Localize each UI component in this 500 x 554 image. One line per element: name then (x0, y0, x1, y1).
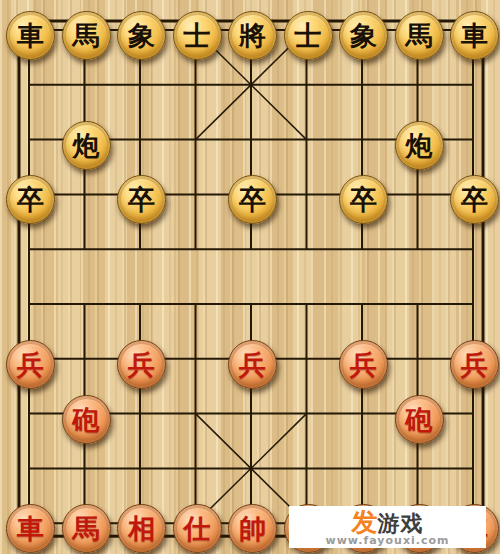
piece-red-cannon[interactable]: 砲 (62, 395, 111, 444)
piece-red-advisor[interactable]: 仕 (173, 504, 222, 553)
piece-red-soldier[interactable]: 兵 (228, 340, 277, 389)
piece-red-soldier[interactable]: 兵 (450, 340, 499, 389)
watermark-logo-fa: 发 (352, 509, 378, 535)
piece-black-horse[interactable]: 馬 (62, 11, 111, 60)
watermark-logo: 发 游戏 (352, 509, 424, 535)
piece-red-elephant[interactable]: 相 (117, 504, 166, 553)
piece-black-cannon[interactable]: 炮 (395, 121, 444, 170)
piece-black-chariot[interactable]: 車 (6, 11, 55, 60)
piece-red-soldier[interactable]: 兵 (6, 340, 55, 389)
piece-black-elephant[interactable]: 象 (339, 11, 388, 60)
piece-black-advisor[interactable]: 士 (173, 11, 222, 60)
piece-black-general[interactable]: 將 (228, 11, 277, 60)
xiangqi-board[interactable]: 車馬象士將士象馬車炮炮卒卒卒卒卒兵兵兵兵兵砲砲車馬相仕帥仕相馬車 发 游戏 ww… (0, 0, 500, 554)
piece-black-chariot[interactable]: 車 (450, 11, 499, 60)
piece-red-soldier[interactable]: 兵 (117, 340, 166, 389)
watermark-url: www.fayouxi.com (326, 535, 450, 546)
watermark-box: 发 游戏 www.fayouxi.com (289, 506, 486, 548)
piece-red-horse[interactable]: 馬 (62, 504, 111, 553)
board-grid-lines (0, 0, 500, 554)
piece-red-cannon[interactable]: 砲 (395, 395, 444, 444)
piece-red-soldier[interactable]: 兵 (339, 340, 388, 389)
piece-red-general[interactable]: 帥 (228, 504, 277, 553)
piece-black-elephant[interactable]: 象 (117, 11, 166, 60)
piece-red-chariot[interactable]: 車 (6, 504, 55, 553)
watermark-logo-text: 游戏 (378, 513, 424, 535)
piece-black-horse[interactable]: 馬 (395, 11, 444, 60)
piece-black-cannon[interactable]: 炮 (62, 121, 111, 170)
piece-black-advisor[interactable]: 士 (284, 11, 333, 60)
